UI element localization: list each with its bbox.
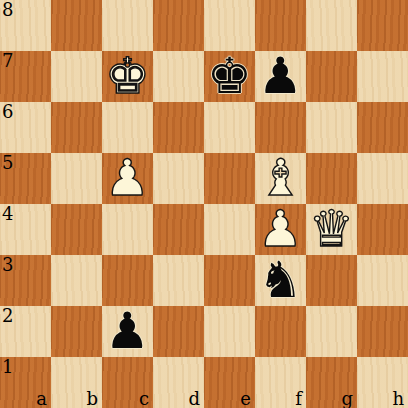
- square-d8[interactable]: [153, 0, 204, 51]
- black-king-e7[interactable]: ♚: [204, 51, 255, 102]
- rank-label-2: 2: [2, 306, 13, 325]
- square-b3[interactable]: [51, 255, 102, 306]
- square-d6[interactable]: [153, 102, 204, 153]
- chess-board: 87♚♚♟65♟♝4♟♛3♞2♟1abcdefgh: [0, 0, 408, 408]
- square-e6[interactable]: [204, 102, 255, 153]
- square-e1[interactable]: e: [204, 357, 255, 408]
- square-c1[interactable]: c: [102, 357, 153, 408]
- rank-label-8: 8: [2, 0, 13, 19]
- white-queen-g4[interactable]: ♛: [306, 204, 357, 255]
- rank-label-4: 4: [2, 204, 13, 223]
- file-label-f: f: [295, 390, 302, 408]
- file-label-b: b: [86, 390, 98, 408]
- square-b8[interactable]: [51, 0, 102, 51]
- square-g8[interactable]: [306, 0, 357, 51]
- black-knight-f3[interactable]: ♞: [255, 255, 306, 306]
- square-b6[interactable]: [51, 102, 102, 153]
- square-f3[interactable]: ♞: [255, 255, 306, 306]
- square-a1[interactable]: 1a: [0, 357, 51, 408]
- square-c8[interactable]: [102, 0, 153, 51]
- white-king-c7[interactable]: ♚: [102, 51, 153, 102]
- square-c3[interactable]: [102, 255, 153, 306]
- square-a5[interactable]: 5: [0, 153, 51, 204]
- square-e8[interactable]: [204, 0, 255, 51]
- square-h2[interactable]: [357, 306, 408, 357]
- chess-board-window: 87♚♚♟65♟♝4♟♛3♞2♟1abcdefgh: [0, 0, 408, 408]
- white-bishop-f5[interactable]: ♝: [255, 153, 306, 204]
- square-g4[interactable]: ♛: [306, 204, 357, 255]
- square-d3[interactable]: [153, 255, 204, 306]
- file-label-g: g: [341, 390, 353, 408]
- rank-label-6: 6: [2, 102, 13, 121]
- file-label-a: a: [36, 390, 47, 408]
- square-f5[interactable]: ♝: [255, 153, 306, 204]
- black-pawn-c2[interactable]: ♟: [102, 306, 153, 357]
- square-b5[interactable]: [51, 153, 102, 204]
- square-g7[interactable]: [306, 51, 357, 102]
- square-g6[interactable]: [306, 102, 357, 153]
- square-c5[interactable]: ♟: [102, 153, 153, 204]
- square-e3[interactable]: [204, 255, 255, 306]
- square-f4[interactable]: ♟: [255, 204, 306, 255]
- square-h6[interactable]: [357, 102, 408, 153]
- square-a3[interactable]: 3: [0, 255, 51, 306]
- rank-label-5: 5: [2, 153, 13, 172]
- square-f6[interactable]: [255, 102, 306, 153]
- square-g2[interactable]: [306, 306, 357, 357]
- square-f8[interactable]: [255, 0, 306, 51]
- square-h3[interactable]: [357, 255, 408, 306]
- square-c4[interactable]: [102, 204, 153, 255]
- square-e4[interactable]: [204, 204, 255, 255]
- square-h7[interactable]: [357, 51, 408, 102]
- file-label-e: e: [240, 390, 251, 408]
- white-pawn-c5[interactable]: ♟: [102, 153, 153, 204]
- square-h4[interactable]: [357, 204, 408, 255]
- square-h1[interactable]: h: [357, 357, 408, 408]
- black-pawn-f7[interactable]: ♟: [255, 51, 306, 102]
- square-c6[interactable]: [102, 102, 153, 153]
- rank-label-1: 1: [2, 357, 13, 376]
- square-b4[interactable]: [51, 204, 102, 255]
- square-c7[interactable]: ♚: [102, 51, 153, 102]
- square-d1[interactable]: d: [153, 357, 204, 408]
- square-d4[interactable]: [153, 204, 204, 255]
- square-b1[interactable]: b: [51, 357, 102, 408]
- square-d2[interactable]: [153, 306, 204, 357]
- square-e2[interactable]: [204, 306, 255, 357]
- square-a6[interactable]: 6: [0, 102, 51, 153]
- square-a7[interactable]: 7: [0, 51, 51, 102]
- square-f7[interactable]: ♟: [255, 51, 306, 102]
- square-b2[interactable]: [51, 306, 102, 357]
- square-c2[interactable]: ♟: [102, 306, 153, 357]
- white-pawn-f4[interactable]: ♟: [255, 204, 306, 255]
- square-b7[interactable]: [51, 51, 102, 102]
- file-label-d: d: [188, 390, 200, 408]
- square-f2[interactable]: [255, 306, 306, 357]
- rank-label-3: 3: [2, 255, 13, 274]
- square-f1[interactable]: f: [255, 357, 306, 408]
- square-a2[interactable]: 2: [0, 306, 51, 357]
- file-label-h: h: [392, 390, 404, 408]
- square-g5[interactable]: [306, 153, 357, 204]
- square-g1[interactable]: g: [306, 357, 357, 408]
- square-h8[interactable]: [357, 0, 408, 51]
- square-d5[interactable]: [153, 153, 204, 204]
- square-d7[interactable]: [153, 51, 204, 102]
- rank-label-7: 7: [2, 51, 13, 70]
- square-e7[interactable]: ♚: [204, 51, 255, 102]
- square-a8[interactable]: 8: [0, 0, 51, 51]
- square-h5[interactable]: [357, 153, 408, 204]
- square-a4[interactable]: 4: [0, 204, 51, 255]
- file-label-c: c: [139, 390, 149, 408]
- square-e5[interactable]: [204, 153, 255, 204]
- square-g3[interactable]: [306, 255, 357, 306]
